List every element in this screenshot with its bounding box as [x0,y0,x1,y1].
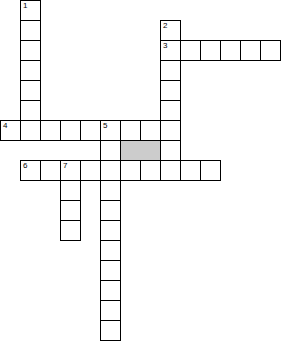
crossword-cell[interactable] [100,140,121,161]
crossword-cell[interactable] [160,60,181,81]
crossword-cell[interactable] [20,60,41,81]
crossword-cell[interactable] [20,20,41,41]
crossword-cell[interactable] [160,80,181,101]
crossword-cell[interactable] [160,160,181,181]
crossword-cell[interactable] [100,160,121,181]
crossword-cell[interactable] [160,100,181,121]
crossword-cell[interactable] [40,160,61,181]
crossword-cell[interactable] [20,80,41,101]
crossword-cell[interactable] [100,300,121,321]
clue-number: 2 [163,21,167,30]
crossword-cell[interactable] [60,180,81,201]
crossword-cell[interactable] [260,40,281,61]
clue-number: 4 [3,121,7,130]
clue-number: 7 [63,161,67,170]
crossword-cell[interactable] [100,260,121,281]
crossword-board: 1234567 [0,0,281,341]
crossword-cell[interactable] [80,120,101,141]
crossword-cell[interactable] [60,120,81,141]
crossword-cell[interactable] [120,120,141,141]
crossword-cell[interactable] [20,100,41,121]
clue-number: 5 [103,121,107,130]
crossword-cell[interactable] [20,120,41,141]
shaded-cell[interactable] [120,140,161,161]
crossword-cell[interactable]: 3 [160,40,181,61]
crossword-cell[interactable] [100,220,121,241]
crossword-cell[interactable] [20,40,41,61]
clue-number: 1 [23,1,27,10]
crossword-cell[interactable] [60,220,81,241]
crossword-cell[interactable]: 6 [20,160,41,181]
crossword-cell[interactable] [160,140,181,161]
crossword-cell[interactable] [140,120,161,141]
crossword-cell[interactable] [100,320,121,341]
crossword-cell[interactable] [100,240,121,261]
crossword-cell[interactable] [200,40,221,61]
crossword-cell[interactable] [100,180,121,201]
crossword-cell[interactable] [220,40,241,61]
crossword-cell[interactable] [140,160,161,181]
crossword-cell[interactable]: 2 [160,20,181,41]
crossword-cell[interactable] [180,160,201,181]
crossword-cell[interactable] [100,280,121,301]
crossword-cell[interactable]: 1 [20,0,41,21]
crossword-cell[interactable]: 5 [100,120,121,141]
crossword-cell[interactable] [100,200,121,221]
crossword-cell[interactable]: 7 [60,160,81,181]
crossword-cell[interactable]: 4 [0,120,21,141]
crossword-cell[interactable] [60,200,81,221]
crossword-cell[interactable] [240,40,261,61]
crossword-cell[interactable] [80,160,101,181]
crossword-cell[interactable] [40,120,61,141]
crossword-cell[interactable] [120,160,141,181]
crossword-cell[interactable] [200,160,221,181]
clue-number: 6 [23,161,27,170]
clue-number: 3 [163,41,167,50]
crossword-cell[interactable] [160,120,181,141]
crossword-cell[interactable] [180,40,201,61]
